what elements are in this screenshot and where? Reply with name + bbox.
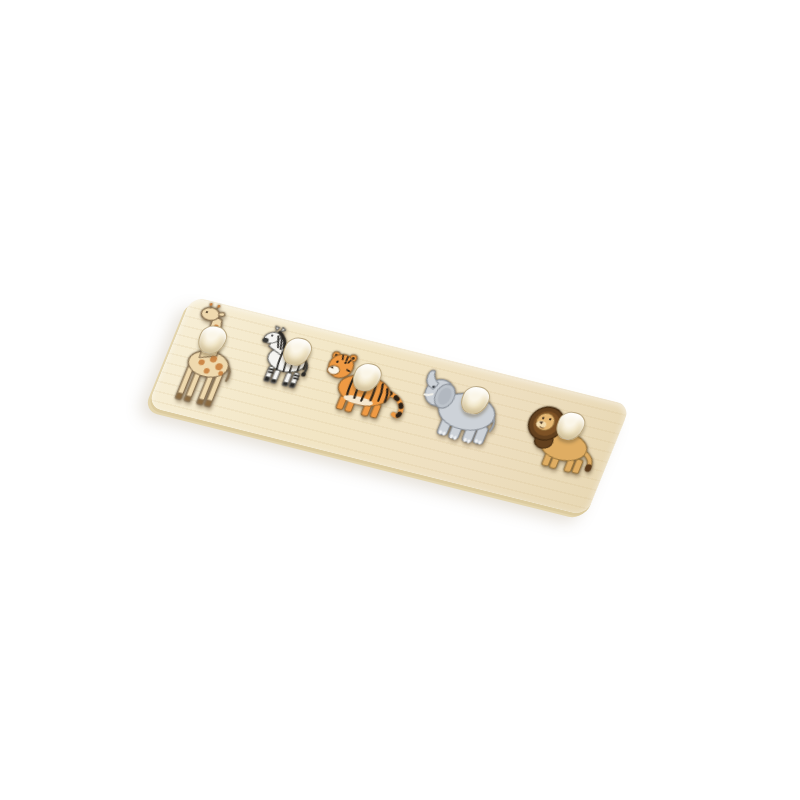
product-photo bbox=[0, 0, 800, 800]
puzzle-board bbox=[147, 296, 630, 516]
puzzle-piece-lion[interactable] bbox=[509, 395, 616, 479]
puzzle-piece-elephant[interactable] bbox=[403, 365, 520, 451]
